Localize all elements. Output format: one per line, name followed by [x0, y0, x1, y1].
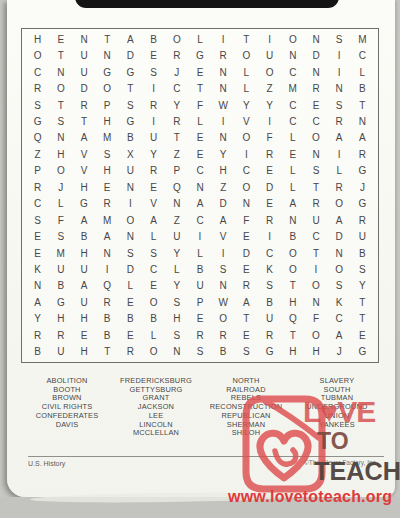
grid-cell: R — [351, 146, 374, 162]
grid-cell: O — [26, 47, 49, 63]
grid-cell: C — [26, 196, 49, 212]
grid-cell: T — [235, 31, 258, 47]
grid-cell: E — [26, 228, 49, 244]
grid-cell: E — [119, 327, 142, 343]
grid-cell: G — [351, 163, 374, 179]
grid-cell: S — [119, 245, 142, 261]
grid-cell: U — [165, 228, 188, 244]
grid-cell: S — [49, 113, 72, 129]
grid-cell: O — [328, 196, 351, 212]
grid-cell: E — [281, 146, 304, 162]
word-list-item: MCCLELLAN — [120, 429, 192, 438]
grid-cell: R — [351, 212, 374, 228]
grid-cell: D — [119, 261, 142, 277]
word-list-item: SHILOH — [210, 429, 283, 438]
word-search-grid: HENTABOLITIONSMOTUNDERGROUNDICCNUGGSJENL… — [21, 28, 379, 363]
grid-cell: J — [49, 179, 72, 195]
grid-cell: O — [165, 31, 188, 47]
grid-cell: N — [304, 64, 327, 80]
grid-cell: B — [119, 130, 142, 146]
grid-cell: C — [304, 228, 327, 244]
grid-cell: U — [72, 47, 95, 63]
grid-cell: L — [188, 245, 211, 261]
word-list-item: DAVIS — [36, 421, 99, 430]
grid-cell: L — [188, 113, 211, 129]
grid-cell: Z — [26, 146, 49, 162]
grid-cell: Y — [165, 245, 188, 261]
grid-cell: R — [328, 179, 351, 195]
grid-cell: U — [72, 64, 95, 80]
grid-cell: F — [258, 130, 281, 146]
grid-cell: I — [212, 245, 235, 261]
grid-cell: H — [72, 311, 95, 327]
grid-cell: N — [235, 196, 258, 212]
grid-cell: C — [351, 47, 374, 63]
grid-cell: T — [96, 31, 119, 47]
grid-cell: F — [235, 212, 258, 228]
grid-cell: R — [258, 327, 281, 343]
grid-cell: C — [281, 113, 304, 129]
grid-cell: H — [72, 344, 95, 360]
grid-cell: Q — [281, 311, 304, 327]
grid-cell: T — [49, 97, 72, 113]
grid-cell: L — [235, 64, 258, 80]
grid-cell: L — [188, 31, 211, 47]
grid-cell: O — [142, 294, 165, 310]
grid-cell: Y — [351, 278, 374, 294]
grid-cell: E — [188, 311, 211, 327]
grid-cell: A — [328, 327, 351, 343]
grid-cell: T — [119, 80, 142, 96]
grid-cell: S — [96, 146, 119, 162]
grid-cell: R — [26, 80, 49, 96]
grid-cell: I — [96, 261, 119, 277]
grid-cell: U — [258, 311, 281, 327]
grid-cell: I — [235, 146, 258, 162]
grid-cell: Y — [165, 278, 188, 294]
grid-cell: N — [96, 245, 119, 261]
grid-cell: R — [119, 344, 142, 360]
grid-cell: O — [281, 245, 304, 261]
grid-cell: P — [96, 97, 119, 113]
grid-cell: N — [26, 278, 49, 294]
grid-cell: A — [72, 212, 95, 228]
word-list-column: SLAVERYSOUTHTUBMANUNDERGROUNDUNIONYANKEE… — [306, 377, 367, 429]
grid-cell: U — [72, 294, 95, 310]
grid-cell: M — [96, 212, 119, 228]
grid-cell: V — [235, 113, 258, 129]
grid-cell: N — [119, 228, 142, 244]
grid-cell: Q — [96, 278, 119, 294]
grid-cell: S — [165, 294, 188, 310]
grid-cell: S — [235, 344, 258, 360]
grid-cell: G — [351, 196, 374, 212]
grid-cell: U — [351, 228, 374, 244]
grid-cell: Z — [212, 179, 235, 195]
grid-cell: R — [72, 97, 95, 113]
grid-cell: N — [304, 146, 327, 162]
grid-cell: N — [212, 80, 235, 96]
grid-cell: F — [188, 97, 211, 113]
grid-cell: T — [304, 179, 327, 195]
grid-cell: M — [281, 80, 304, 96]
grid-cell: R — [96, 294, 119, 310]
grid-cell: N — [49, 130, 72, 146]
grid-cell: T — [351, 311, 374, 327]
grid-cell: E — [258, 163, 281, 179]
grid-cell: R — [304, 80, 327, 96]
grid-cell: A — [142, 212, 165, 228]
grid-cell: S — [212, 261, 235, 277]
grid-cell: T — [72, 113, 95, 129]
grid-cell: E — [304, 97, 327, 113]
grid-cell: H — [165, 311, 188, 327]
grid-cell: L — [49, 196, 72, 212]
grid-cell: S — [351, 261, 374, 277]
grid-cell: E — [96, 179, 119, 195]
page-title: Civil War Era Word Search — [122, 0, 293, 3]
grid-cell: P — [165, 163, 188, 179]
grid-cell: S — [258, 278, 281, 294]
grid-cell: O — [119, 212, 142, 228]
grid-cell: C — [281, 64, 304, 80]
grid-cell: O — [258, 64, 281, 80]
grid-cell: R — [188, 327, 211, 343]
grid-cell: O — [235, 179, 258, 195]
grid-cell: I — [119, 196, 142, 212]
grid-cell: S — [165, 327, 188, 343]
grid-cell: E — [26, 245, 49, 261]
grid-cell: U — [119, 163, 142, 179]
grid-cell: H — [281, 294, 304, 310]
grid-cell: R — [212, 327, 235, 343]
grid-cell: L — [142, 327, 165, 343]
grid-cell: O — [49, 80, 72, 96]
grid-cell: B — [188, 261, 211, 277]
grid-cell: R — [165, 47, 188, 63]
grid-cell: O — [281, 261, 304, 277]
grid-cell: C — [281, 97, 304, 113]
grid-cell: I — [142, 80, 165, 96]
grid-cell: J — [165, 64, 188, 80]
grid-cell: G — [258, 344, 281, 360]
grid-cell: V — [142, 196, 165, 212]
grid-cell: I — [328, 47, 351, 63]
grid-cell: E — [188, 146, 211, 162]
grid-cell: T — [304, 245, 327, 261]
grid-cell: L — [281, 163, 304, 179]
grid-cell: D — [119, 47, 142, 63]
grid-cell: S — [304, 163, 327, 179]
grid-cell: S — [119, 97, 142, 113]
grid-cell: O — [281, 31, 304, 47]
grid-cell: Y — [165, 97, 188, 113]
copyright-label: ©The Clever Factory, Inc. — [304, 459, 378, 466]
grid-cell: N — [165, 344, 188, 360]
grid-cell: G — [26, 113, 49, 129]
grid-cell: V — [72, 163, 95, 179]
grid-cell: N — [351, 113, 374, 129]
grid-cell: H — [72, 179, 95, 195]
grid-cell: H — [304, 344, 327, 360]
grid-cell: L — [281, 179, 304, 195]
grid-cell: C — [188, 212, 211, 228]
grid-cell: I — [258, 228, 281, 244]
grid-cell: A — [351, 130, 374, 146]
grid-cell: B — [281, 228, 304, 244]
grid-cell: I — [258, 31, 281, 47]
grid-cell: N — [304, 294, 327, 310]
grid-cell: I — [188, 228, 211, 244]
grid-cell: B — [119, 311, 142, 327]
grid-cell: N — [328, 80, 351, 96]
word-list: ABOLITIONBOOTHBROWNCIVIL RIGHTSCONFEDERA… — [7, 377, 395, 443]
grid-cell: K — [328, 294, 351, 310]
grid-cell: E — [49, 31, 72, 47]
grid-cell: C — [235, 163, 258, 179]
grid-cell: Y — [235, 97, 258, 113]
grid-cell: G — [49, 294, 72, 310]
grid-cell: T — [96, 344, 119, 360]
grid-cell: Z — [165, 212, 188, 228]
grid-cell: Y — [258, 97, 281, 113]
grid-cell: U — [72, 261, 95, 277]
grid-cell: R — [212, 47, 235, 63]
grid-cell: M — [351, 31, 374, 47]
grid-cell: T — [165, 130, 188, 146]
grid-cell: N — [72, 31, 95, 47]
grid-cell: D — [235, 245, 258, 261]
grid-cell: S — [328, 278, 351, 294]
grid-cell: N — [212, 130, 235, 146]
grid-cell: R — [304, 196, 327, 212]
grid-cell: A — [328, 212, 351, 228]
grid-cell: S — [142, 245, 165, 261]
grid-cell: P — [26, 163, 49, 179]
grid-cell: W — [212, 294, 235, 310]
grid-cell: A — [72, 130, 95, 146]
grid-cell: C — [26, 64, 49, 80]
grid-cell: B — [142, 31, 165, 47]
grid-cell: L — [351, 64, 374, 80]
grid-cell: R — [328, 113, 351, 129]
grid-cell: T — [351, 97, 374, 113]
grid-cell: A — [235, 294, 258, 310]
grid-cell: I — [328, 146, 351, 162]
grid-cell: N — [49, 64, 72, 80]
grid-cell: H — [26, 31, 49, 47]
grid-cell: T — [49, 47, 72, 63]
grid-cell: C — [165, 80, 188, 96]
grid-cell: H — [49, 311, 72, 327]
grid-cell: V — [212, 228, 235, 244]
grid-cell: Q — [165, 179, 188, 195]
grid-cell: U — [49, 261, 72, 277]
grid-cell: Z — [258, 80, 281, 96]
grid-cell: F — [304, 311, 327, 327]
grid-cell: G — [72, 196, 95, 212]
grid-cell: L — [281, 130, 304, 146]
grid-cell: H — [49, 146, 72, 162]
grid-cell: J — [351, 179, 374, 195]
grid-cell: B — [351, 80, 374, 96]
grid-cell: D — [328, 228, 351, 244]
grid-cell: T — [281, 278, 304, 294]
grid-cell: L — [142, 228, 165, 244]
grid-cell: C — [328, 311, 351, 327]
grid-cell: W — [212, 97, 235, 113]
grid-cell: C — [188, 163, 211, 179]
grid-cell: Z — [165, 146, 188, 162]
grid-cell: R — [49, 327, 72, 343]
grid-cell: O — [328, 261, 351, 277]
grid-cell: F — [49, 212, 72, 228]
grid-cell: G — [119, 64, 142, 80]
grid-cell: L — [165, 261, 188, 277]
grid-cell: B — [351, 245, 374, 261]
grid-cell: O — [142, 344, 165, 360]
grid-cell: A — [96, 228, 119, 244]
grid-cell: D — [72, 80, 95, 96]
title-banner: Civil War Era Word Search — [75, 0, 339, 8]
grid-cell: N — [328, 245, 351, 261]
grid-cell: E — [235, 228, 258, 244]
grid-cell: A — [119, 31, 142, 47]
grid-cell: I — [142, 113, 165, 129]
grid-cell: H — [212, 163, 235, 179]
grid-cell: I — [212, 113, 235, 129]
grid-cell: K — [258, 261, 281, 277]
worksheet-page: Civil War Era Word Search HENTABOLITIONS… — [7, 0, 395, 497]
grid-cell: R — [96, 196, 119, 212]
grid-cell: U — [49, 344, 72, 360]
grid-cell: N — [212, 64, 235, 80]
grid-cell: N — [212, 278, 235, 294]
grid-cell: R — [26, 327, 49, 343]
grid-cell: S — [49, 228, 72, 244]
grid-cell: O — [235, 130, 258, 146]
grid-cell: Q — [26, 130, 49, 146]
grid-cell: M — [49, 245, 72, 261]
grid-cell: B — [96, 327, 119, 343]
grid-cell: T — [235, 311, 258, 327]
grid-cell: O — [235, 47, 258, 63]
word-list-item: YANKEES — [306, 421, 367, 430]
grid-cell: S — [142, 64, 165, 80]
grid-cell: G — [96, 64, 119, 80]
grid-cell: H — [96, 113, 119, 129]
grid-cell: S — [26, 212, 49, 228]
grid-cell: N — [165, 196, 188, 212]
grid-cell: B — [258, 294, 281, 310]
grid-cell: I — [258, 113, 281, 129]
grid-cell: E — [119, 294, 142, 310]
grid-cell: Y — [142, 146, 165, 162]
grid-cell: N — [281, 212, 304, 228]
grid-cell: O — [96, 80, 119, 96]
grid-cell: G — [351, 344, 374, 360]
word-list-column: NORTHRAILROADREBELSRECONSTRUCTIONREPUBLI… — [210, 377, 283, 438]
grid-cell: C — [258, 245, 281, 261]
grid-cell: A — [188, 196, 211, 212]
grid-cell: O — [49, 163, 72, 179]
grid-cell: C — [142, 261, 165, 277]
grid-cell: B — [96, 311, 119, 327]
grid-cell: N — [281, 47, 304, 63]
grid-cell: D — [258, 179, 281, 195]
grid-cell: E — [235, 261, 258, 277]
grid-cell: H — [96, 163, 119, 179]
grid-cell: Y — [26, 311, 49, 327]
grid-cell: O — [304, 327, 327, 343]
grid-cell: E — [72, 327, 95, 343]
word-list-column: FREDERICKSBURGGETTYSBURGGRANTJACKSONLEEL… — [120, 377, 192, 438]
grid-cell: O — [304, 278, 327, 294]
grid-cell: U — [258, 47, 281, 63]
grid-cell: X — [119, 146, 142, 162]
grid-cell: A — [72, 278, 95, 294]
grid-cell: B — [212, 344, 235, 360]
grid-cell: E — [188, 130, 211, 146]
grid-cell: N — [96, 47, 119, 63]
grid-cell: S — [26, 97, 49, 113]
grid-cell: N — [304, 31, 327, 47]
grid-cell: O — [304, 130, 327, 146]
grid-cell: E — [142, 278, 165, 294]
grid-cell: J — [328, 344, 351, 360]
grid-cell: L — [119, 278, 142, 294]
grid-cell: E — [258, 196, 281, 212]
grid-cell: M — [96, 130, 119, 146]
grid-cell: R — [142, 163, 165, 179]
grid-cell: B — [142, 311, 165, 327]
grid-cell: A — [26, 294, 49, 310]
grid-cell: I — [328, 64, 351, 80]
grid-cell: R — [258, 212, 281, 228]
grid-cell: G — [188, 47, 211, 63]
grid-cell: V — [72, 146, 95, 162]
grid-cell: P — [188, 294, 211, 310]
subject-label: U.S. History — [28, 460, 65, 467]
grid-cell: G — [119, 113, 142, 129]
grid-cell: E — [351, 327, 374, 343]
grid-cell: S — [188, 344, 211, 360]
grid-cell: K — [26, 261, 49, 277]
grid-cell: R — [258, 146, 281, 162]
grid-cell: T — [351, 294, 374, 310]
grid-cell: U — [188, 278, 211, 294]
grid-cell: U — [304, 212, 327, 228]
grid-cell: A — [212, 212, 235, 228]
grid-cell: R — [235, 278, 258, 294]
grid-cell: L — [328, 163, 351, 179]
grid-cell: C — [304, 113, 327, 129]
grid-cell: L — [235, 80, 258, 96]
grid-cell: E — [235, 327, 258, 343]
grid-cell: S — [328, 31, 351, 47]
grid-cell: D — [212, 196, 235, 212]
grid-cell: S — [328, 97, 351, 113]
grid-cell: D — [304, 47, 327, 63]
grid-cell: T — [188, 80, 211, 96]
grid-cell: R — [26, 179, 49, 195]
grid-cell: H — [72, 245, 95, 261]
grid-cell: Y — [212, 146, 235, 162]
grid-cell: R — [142, 97, 165, 113]
grid-cell: N — [119, 179, 142, 195]
grid-cell: E — [142, 47, 165, 63]
grid-cell: N — [188, 179, 211, 195]
